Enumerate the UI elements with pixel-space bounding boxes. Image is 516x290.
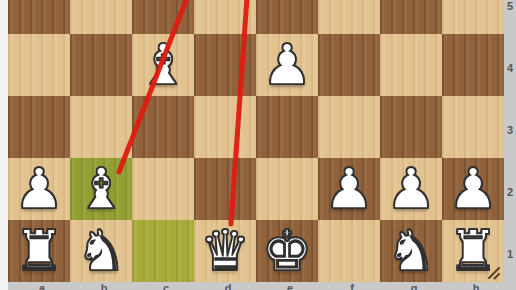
square-b4[interactable]	[70, 34, 132, 96]
square-g1[interactable]: ♞	[380, 220, 442, 282]
square-a1[interactable]: ♜	[8, 220, 70, 282]
rank-label-4: 4	[500, 62, 516, 74]
square-b5[interactable]	[70, 0, 132, 34]
white-king-e1[interactable]: ♚	[262, 220, 312, 282]
square-e2[interactable]	[256, 158, 318, 220]
file-label-c: c	[156, 282, 176, 290]
file-label-h: h	[466, 282, 486, 290]
square-b1[interactable]: ♞	[70, 220, 132, 282]
square-h3[interactable]	[442, 96, 504, 158]
square-h2[interactable]: ♟	[442, 158, 504, 220]
white-queen-d1[interactable]: ♛	[200, 220, 250, 282]
rank-label-3: 3	[500, 124, 516, 136]
square-g4[interactable]	[380, 34, 442, 96]
white-knight-g1[interactable]: ♞	[386, 220, 436, 282]
square-c5[interactable]	[132, 0, 194, 34]
square-e4[interactable]: ♟	[256, 34, 318, 96]
square-h1[interactable]: ♜	[442, 220, 504, 282]
square-f4[interactable]	[318, 34, 380, 96]
white-pawn-h2[interactable]: ♟	[448, 158, 498, 220]
white-rook-h1[interactable]: ♜	[448, 220, 498, 282]
square-e3[interactable]	[256, 96, 318, 158]
white-pawn-a2[interactable]: ♟	[14, 158, 64, 220]
square-h4[interactable]	[442, 34, 504, 96]
square-h5[interactable]	[442, 0, 504, 34]
square-b3[interactable]	[70, 96, 132, 158]
square-c3[interactable]	[132, 96, 194, 158]
square-a4[interactable]	[8, 34, 70, 96]
white-rook-a1[interactable]: ♜	[14, 220, 64, 282]
square-d3[interactable]	[194, 96, 256, 158]
square-g5[interactable]	[380, 0, 442, 34]
white-pawn-e4[interactable]: ♟	[262, 34, 312, 96]
square-f3[interactable]	[318, 96, 380, 158]
file-label-b: b	[94, 282, 114, 290]
file-label-a: a	[32, 282, 52, 290]
square-a5[interactable]	[8, 0, 70, 34]
square-f1[interactable]	[318, 220, 380, 282]
square-c1[interactable]	[132, 220, 194, 282]
square-d4[interactable]	[194, 34, 256, 96]
file-label-d: d	[218, 282, 238, 290]
square-e5[interactable]	[256, 0, 318, 34]
white-pawn-f2[interactable]: ♟	[324, 158, 374, 220]
file-label-g: g	[404, 282, 424, 290]
chess-board: ♝♟♟♝♟♟♟♜♞♛♚♞♜	[0, 0, 516, 290]
square-b2[interactable]: ♝	[70, 158, 132, 220]
rank-label-5: 5	[500, 0, 516, 12]
square-g2[interactable]: ♟	[380, 158, 442, 220]
square-c2[interactable]	[132, 158, 194, 220]
rank-label-1: 1	[500, 248, 516, 260]
chess-app-screenshot: ♝♟♟♝♟♟♟♜♞♛♚♞♜ 54321 abcdefgh	[0, 0, 516, 290]
square-f5[interactable]	[318, 0, 380, 34]
square-c4[interactable]: ♝	[132, 34, 194, 96]
square-f2[interactable]: ♟	[318, 158, 380, 220]
square-g3[interactable]	[380, 96, 442, 158]
rank-label-2: 2	[500, 186, 516, 198]
white-bishop-c4[interactable]: ♝	[138, 34, 188, 96]
square-d1[interactable]: ♛	[194, 220, 256, 282]
white-knight-b1[interactable]: ♞	[76, 220, 126, 282]
square-d2[interactable]	[194, 158, 256, 220]
square-e1[interactable]: ♚	[256, 220, 318, 282]
file-label-f: f	[342, 282, 362, 290]
file-label-e: e	[280, 282, 300, 290]
white-pawn-g2[interactable]: ♟	[386, 158, 436, 220]
white-bishop-b2[interactable]: ♝	[76, 158, 126, 220]
square-a3[interactable]	[8, 96, 70, 158]
square-d5[interactable]	[194, 0, 256, 34]
square-a2[interactable]: ♟	[8, 158, 70, 220]
